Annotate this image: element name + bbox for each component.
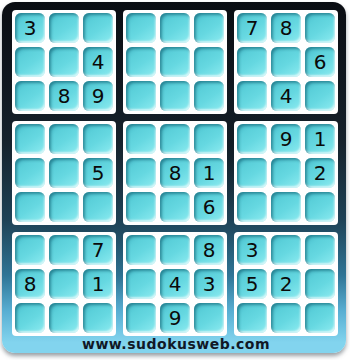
- cell-r2c9[interactable]: 6: [305, 47, 335, 77]
- sudoku-box-5: 816: [123, 121, 227, 225]
- cell-r5c7[interactable]: [237, 158, 267, 188]
- cell-r7c1[interactable]: [15, 235, 45, 265]
- cell-r6c8[interactable]: [271, 192, 301, 222]
- sudoku-box-2: [123, 10, 227, 114]
- cell-r4c8[interactable]: 9: [271, 124, 301, 154]
- cell-r2c6[interactable]: [194, 47, 224, 77]
- cell-r6c6[interactable]: 6: [194, 192, 224, 222]
- cell-r9c8[interactable]: [271, 303, 301, 333]
- cell-r4c9[interactable]: 1: [305, 124, 335, 154]
- cell-r6c5[interactable]: [160, 192, 190, 222]
- cell-r9c2[interactable]: [49, 303, 79, 333]
- cell-r4c7[interactable]: [237, 124, 267, 154]
- cell-r4c6[interactable]: [194, 124, 224, 154]
- cell-r1c5[interactable]: [160, 13, 190, 43]
- cell-r4c1[interactable]: [15, 124, 45, 154]
- cell-r8c8[interactable]: 2: [271, 269, 301, 299]
- cell-r5c3[interactable]: 5: [83, 158, 113, 188]
- cell-r1c7[interactable]: 7: [237, 13, 267, 43]
- sudoku-box-1: 3489: [12, 10, 116, 114]
- cell-r7c4[interactable]: [126, 235, 156, 265]
- sudoku-box-7: 781: [12, 232, 116, 336]
- cell-r9c5[interactable]: 9: [160, 303, 190, 333]
- cell-r7c5[interactable]: [160, 235, 190, 265]
- cell-r4c4[interactable]: [126, 124, 156, 154]
- cell-r8c4[interactable]: [126, 269, 156, 299]
- cell-r1c2[interactable]: [49, 13, 79, 43]
- cell-r1c9[interactable]: [305, 13, 335, 43]
- cell-r8c6[interactable]: 3: [194, 269, 224, 299]
- cell-r8c1[interactable]: 8: [15, 269, 45, 299]
- cell-r6c1[interactable]: [15, 192, 45, 222]
- cell-r6c7[interactable]: [237, 192, 267, 222]
- cell-r7c8[interactable]: [271, 235, 301, 265]
- cell-r9c4[interactable]: [126, 303, 156, 333]
- cell-r8c3[interactable]: 1: [83, 269, 113, 299]
- cell-r5c5[interactable]: 8: [160, 158, 190, 188]
- cell-r7c3[interactable]: 7: [83, 235, 113, 265]
- cell-r7c2[interactable]: [49, 235, 79, 265]
- cell-r2c5[interactable]: [160, 47, 190, 77]
- sudoku-box-9: 352: [234, 232, 338, 336]
- cell-r1c3[interactable]: [83, 13, 113, 43]
- cell-r1c4[interactable]: [126, 13, 156, 43]
- cell-r3c3[interactable]: 9: [83, 81, 113, 111]
- cell-r1c1[interactable]: 3: [15, 13, 45, 43]
- cell-r8c7[interactable]: 5: [237, 269, 267, 299]
- cell-r2c4[interactable]: [126, 47, 156, 77]
- cell-r2c3[interactable]: 4: [83, 47, 113, 77]
- sudoku-grid: 3489786458169127818439352: [12, 10, 338, 336]
- cell-r9c6[interactable]: [194, 303, 224, 333]
- cell-r9c1[interactable]: [15, 303, 45, 333]
- cell-r3c4[interactable]: [126, 81, 156, 111]
- cell-r2c2[interactable]: [49, 47, 79, 77]
- cell-r8c2[interactable]: [49, 269, 79, 299]
- cell-r6c3[interactable]: [83, 192, 113, 222]
- cell-r3c8[interactable]: 4: [271, 81, 301, 111]
- cell-r9c7[interactable]: [237, 303, 267, 333]
- cell-r8c5[interactable]: 4: [160, 269, 190, 299]
- cell-r3c9[interactable]: [305, 81, 335, 111]
- sudoku-box-4: 5: [12, 121, 116, 225]
- cell-r4c5[interactable]: [160, 124, 190, 154]
- site-url: www.sudokusweb.com: [4, 336, 348, 352]
- cell-r5c2[interactable]: [49, 158, 79, 188]
- cell-r3c6[interactable]: [194, 81, 224, 111]
- cell-r9c9[interactable]: [305, 303, 335, 333]
- cell-r3c2[interactable]: 8: [49, 81, 79, 111]
- cell-r1c8[interactable]: 8: [271, 13, 301, 43]
- sudoku-box-3: 7864: [234, 10, 338, 114]
- cell-r2c8[interactable]: [271, 47, 301, 77]
- cell-r7c7[interactable]: 3: [237, 235, 267, 265]
- cell-r5c4[interactable]: [126, 158, 156, 188]
- cell-r7c9[interactable]: [305, 235, 335, 265]
- cell-r6c9[interactable]: [305, 192, 335, 222]
- cell-r3c7[interactable]: [237, 81, 267, 111]
- cell-r5c9[interactable]: 2: [305, 158, 335, 188]
- cell-r5c6[interactable]: 1: [194, 158, 224, 188]
- cell-r6c2[interactable]: [49, 192, 79, 222]
- cell-r8c9[interactable]: [305, 269, 335, 299]
- cell-r2c7[interactable]: [237, 47, 267, 77]
- cell-r4c2[interactable]: [49, 124, 79, 154]
- cell-r6c4[interactable]: [126, 192, 156, 222]
- sudoku-box-8: 8439: [123, 232, 227, 336]
- cell-r3c5[interactable]: [160, 81, 190, 111]
- cell-r9c3[interactable]: [83, 303, 113, 333]
- cell-r3c1[interactable]: [15, 81, 45, 111]
- cell-r2c1[interactable]: [15, 47, 45, 77]
- cell-r5c1[interactable]: [15, 158, 45, 188]
- cell-r4c3[interactable]: [83, 124, 113, 154]
- cell-r7c6[interactable]: 8: [194, 235, 224, 265]
- cell-r1c6[interactable]: [194, 13, 224, 43]
- sudoku-board: 3489786458169127818439352 www.sudokusweb…: [2, 2, 346, 353]
- sudoku-box-6: 912: [234, 121, 338, 225]
- cell-r5c8[interactable]: [271, 158, 301, 188]
